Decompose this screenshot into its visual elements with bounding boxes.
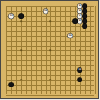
white-stone-J18[interactable]: 10 xyxy=(43,9,48,14)
white-stone-B17[interactable]: 12 xyxy=(9,14,14,19)
grid-line-v xyxy=(95,6,96,94)
move-number: 8 xyxy=(79,20,80,22)
star-point xyxy=(20,79,22,81)
black-stone-Q4[interactable] xyxy=(77,77,82,82)
move-number: 14 xyxy=(69,34,72,36)
grid-line-v xyxy=(55,6,56,94)
star-point xyxy=(50,79,52,81)
go-board[interactable]: 121064281413 xyxy=(0,0,99,99)
white-stone-O13[interactable]: 14 xyxy=(68,33,73,38)
star-point xyxy=(50,20,52,22)
grid-line-v xyxy=(65,6,66,94)
move-number: 12 xyxy=(10,15,13,17)
black-stone-D17[interactable] xyxy=(19,14,24,19)
grid-line-h xyxy=(6,65,94,66)
star-point xyxy=(79,50,81,52)
grid-line-h xyxy=(6,75,94,76)
go-diagram: 121064281413 xyxy=(0,0,100,100)
move-number: 2 xyxy=(79,15,80,17)
black-stone-R15[interactable] xyxy=(82,24,87,29)
grid-line-v xyxy=(90,6,91,94)
grid-line-v xyxy=(70,6,71,94)
star-point xyxy=(20,20,22,22)
grid-line-h xyxy=(6,95,94,96)
move-number: 6 xyxy=(79,5,80,7)
black-stone-B3[interactable] xyxy=(9,82,14,87)
black-stone-Q6[interactable]: 13 xyxy=(77,68,82,73)
black-stone-P16[interactable] xyxy=(73,19,78,24)
move-number: 4 xyxy=(79,10,80,12)
star-point xyxy=(20,50,22,52)
grid-line-v xyxy=(60,6,61,94)
grid-line-h xyxy=(6,90,94,91)
star-point xyxy=(50,50,52,52)
grid-line-h xyxy=(6,60,94,61)
grid-line-h xyxy=(6,55,94,56)
move-number: 13 xyxy=(78,69,81,71)
grid-line-h xyxy=(6,85,94,86)
move-number: 10 xyxy=(44,10,47,12)
